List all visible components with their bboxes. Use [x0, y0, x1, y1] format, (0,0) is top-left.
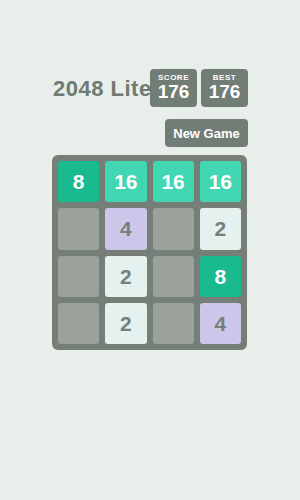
score-box: SCORE 176	[150, 69, 197, 107]
empty-cell	[58, 208, 99, 249]
tile-16: 16	[200, 161, 241, 202]
tile-2: 2	[105, 303, 146, 344]
empty-cell	[58, 256, 99, 297]
score-value: 176	[158, 82, 190, 103]
empty-cell	[153, 256, 194, 297]
empty-cell	[153, 303, 194, 344]
empty-cell	[58, 303, 99, 344]
tile-8: 8	[200, 256, 241, 297]
tile-4: 4	[105, 208, 146, 249]
best-box: BEST 176	[201, 69, 248, 107]
tile-2: 2	[200, 208, 241, 249]
app-window: 2048 Lite SCORE 176 BEST 176 New Game 81…	[0, 0, 300, 500]
empty-cell	[153, 208, 194, 249]
app-title: 2048 Lite	[53, 76, 152, 102]
new-game-button[interactable]: New Game	[165, 119, 248, 147]
tile-16: 16	[153, 161, 194, 202]
tile-16: 16	[105, 161, 146, 202]
game-board[interactable]: 8161616422824	[52, 155, 247, 350]
best-value: 176	[209, 82, 241, 103]
tile-2: 2	[105, 256, 146, 297]
tile-8: 8	[58, 161, 99, 202]
tile-4: 4	[200, 303, 241, 344]
